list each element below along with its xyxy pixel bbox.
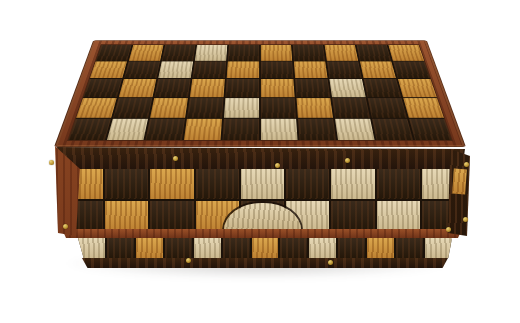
- board-cell: [368, 98, 407, 118]
- board-cell: [338, 238, 365, 258]
- brass-pin: [464, 162, 469, 167]
- board-cell: [90, 61, 127, 78]
- brass-pin: [328, 260, 333, 265]
- board-cell: [309, 238, 336, 258]
- board-cell: [422, 201, 465, 231]
- board-cell: [162, 45, 195, 61]
- board-cell: [325, 45, 358, 61]
- board-cell: [297, 98, 333, 118]
- board-cell: [187, 98, 223, 118]
- board-cell: [158, 61, 193, 78]
- board-cell: [124, 61, 160, 78]
- lid-bottom-rail: [62, 229, 462, 238]
- brass-pin: [186, 258, 191, 263]
- board-cell: [184, 119, 222, 140]
- brass-pin: [275, 163, 280, 168]
- front-checker-band: [60, 169, 465, 230]
- board-cell: [356, 45, 391, 61]
- board-cell: [119, 79, 157, 97]
- base-bottom-rail: [82, 258, 448, 268]
- board-cell: [228, 45, 259, 61]
- board-cell: [332, 98, 370, 118]
- brass-pin: [345, 158, 350, 163]
- board-cell: [222, 119, 259, 140]
- board-cell: [331, 169, 374, 199]
- board-cell: [377, 201, 420, 231]
- board-cell: [150, 169, 193, 199]
- board-cell: [194, 238, 221, 258]
- board-cell: [192, 61, 226, 78]
- board-cell: [396, 238, 423, 258]
- board-cell: [129, 45, 164, 61]
- board-cell: [298, 119, 336, 140]
- board-cell: [227, 61, 259, 78]
- board-cell: [335, 119, 375, 140]
- board-cell: [105, 169, 148, 199]
- board-cell: [96, 45, 132, 61]
- board-cell: [241, 169, 284, 199]
- board-cell: [195, 45, 227, 61]
- board-cell: [165, 238, 192, 258]
- board-cell: [360, 61, 396, 78]
- base-checkerboard: [78, 238, 452, 258]
- board-cell: [286, 169, 329, 199]
- board-cell: [154, 79, 190, 97]
- board-cell: [327, 61, 362, 78]
- board-cell: [295, 79, 330, 97]
- board-cell: [377, 169, 420, 199]
- board-cell: [190, 79, 225, 97]
- board-cell: [225, 79, 259, 97]
- board-cell: [252, 238, 279, 258]
- board-cell: [150, 98, 188, 118]
- base-checker-band: [78, 238, 452, 258]
- brass-pin: [173, 156, 178, 161]
- right-end-golden-inlay: [452, 169, 467, 195]
- board-cell: [224, 98, 259, 118]
- board-cell: [331, 201, 374, 231]
- board-cell: [107, 119, 148, 140]
- board-cell: [261, 119, 298, 140]
- board-cell: [261, 98, 296, 118]
- board-cell: [145, 119, 185, 140]
- board-cell: [223, 238, 250, 258]
- board-cell: [261, 45, 292, 61]
- board-cell: [294, 61, 328, 78]
- brass-pin: [63, 224, 68, 229]
- board-cell: [107, 238, 134, 258]
- board-cell: [409, 119, 452, 140]
- board-cell: [293, 45, 325, 61]
- board-cell: [372, 119, 413, 140]
- chess-box-photo: [0, 0, 520, 323]
- board-cell: [136, 238, 163, 258]
- lid-checkerboard: [67, 44, 453, 140]
- board-cell: [150, 201, 193, 231]
- board-cell: [280, 238, 307, 258]
- board-cell: [68, 119, 111, 140]
- board-cell: [76, 98, 117, 118]
- board-cell: [261, 61, 293, 78]
- board-cell: [196, 169, 239, 199]
- lid-front-rail: [55, 146, 467, 170]
- board-cell: [425, 238, 452, 258]
- board-cell: [83, 79, 122, 97]
- board-cell: [113, 98, 152, 118]
- box-lid-top: [54, 40, 466, 147]
- board-cell: [329, 79, 365, 97]
- brass-pin: [463, 217, 468, 222]
- board-cell: [393, 61, 430, 78]
- board-cell: [105, 201, 148, 231]
- board-cell: [388, 45, 424, 61]
- board-cell: [364, 79, 402, 97]
- board-cell: [261, 79, 295, 97]
- brass-pin: [446, 227, 451, 232]
- board-cell: [60, 169, 103, 199]
- brass-pin: [49, 160, 54, 165]
- board-cell: [398, 79, 437, 97]
- board-cell: [367, 238, 394, 258]
- board-cell: [403, 98, 444, 118]
